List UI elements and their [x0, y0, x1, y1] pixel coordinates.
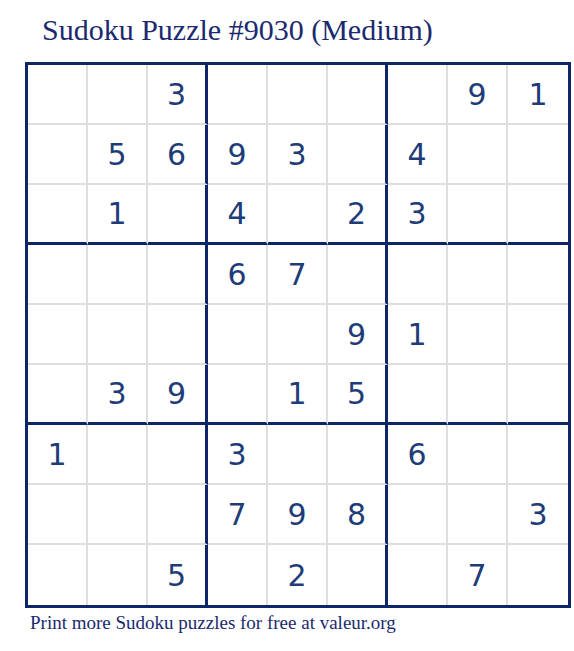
sudoku-cell-r1c8[interactable]: 9	[448, 65, 508, 125]
sudoku-cell-r2c3[interactable]: 6	[148, 125, 208, 185]
sudoku-cell-r4c3[interactable]	[148, 245, 208, 305]
sudoku-cell-r1c6[interactable]	[328, 65, 388, 125]
sudoku-cell-r3c8[interactable]	[448, 185, 508, 245]
sudoku-cell-r7c7[interactable]: 6	[388, 425, 448, 485]
sudoku-cell-r6c5[interactable]: 1	[268, 365, 328, 425]
sudoku-cell-r5c1[interactable]	[28, 305, 88, 365]
sudoku-cell-r8c2[interactable]	[88, 485, 148, 545]
sudoku-cell-r5c5[interactable]	[268, 305, 328, 365]
sudoku-cell-r8c4[interactable]: 7	[208, 485, 268, 545]
sudoku-cell-r7c9[interactable]	[508, 425, 568, 485]
sudoku-cell-r3c3[interactable]	[148, 185, 208, 245]
sudoku-cell-r7c6[interactable]	[328, 425, 388, 485]
sudoku-cell-r6c6[interactable]: 5	[328, 365, 388, 425]
sudoku-cell-r5c2[interactable]	[88, 305, 148, 365]
sudoku-cell-r3c2[interactable]: 1	[88, 185, 148, 245]
footer-text: Print more Sudoku puzzles for free at va…	[30, 612, 396, 634]
sudoku-cell-r3c6[interactable]: 2	[328, 185, 388, 245]
sudoku-cell-r4c8[interactable]	[448, 245, 508, 305]
sudoku-cell-r6c1[interactable]	[28, 365, 88, 425]
sudoku-cell-r6c7[interactable]	[388, 365, 448, 425]
sudoku-cell-r2c2[interactable]: 5	[88, 125, 148, 185]
sudoku-cell-r2c1[interactable]	[28, 125, 88, 185]
sudoku-cell-r8c9[interactable]: 3	[508, 485, 568, 545]
sudoku-cell-r9c8[interactable]: 7	[448, 545, 508, 605]
sudoku-cell-r4c2[interactable]	[88, 245, 148, 305]
sudoku-cell-r8c3[interactable]	[148, 485, 208, 545]
sudoku-cell-r3c1[interactable]	[28, 185, 88, 245]
sudoku-cell-r7c5[interactable]	[268, 425, 328, 485]
sudoku-cell-r1c1[interactable]	[28, 65, 88, 125]
sudoku-cell-r9c9[interactable]	[508, 545, 568, 605]
sudoku-cell-r6c8[interactable]	[448, 365, 508, 425]
sudoku-cell-r7c2[interactable]	[88, 425, 148, 485]
sudoku-cell-r5c8[interactable]	[448, 305, 508, 365]
sudoku-cell-r1c5[interactable]	[268, 65, 328, 125]
sudoku-cell-r8c1[interactable]	[28, 485, 88, 545]
sudoku-cell-r1c2[interactable]	[88, 65, 148, 125]
sudoku-cell-r2c9[interactable]	[508, 125, 568, 185]
sudoku-cell-r7c8[interactable]	[448, 425, 508, 485]
sudoku-cell-r8c8[interactable]	[448, 485, 508, 545]
sudoku-cell-r4c9[interactable]	[508, 245, 568, 305]
sudoku-cell-r7c1[interactable]: 1	[28, 425, 88, 485]
sudoku-cell-r2c7[interactable]: 4	[388, 125, 448, 185]
sudoku-cell-r4c7[interactable]	[388, 245, 448, 305]
sudoku-cell-r9c1[interactable]	[28, 545, 88, 605]
sudoku-cell-r3c4[interactable]: 4	[208, 185, 268, 245]
sudoku-cell-r7c3[interactable]	[148, 425, 208, 485]
sudoku-cell-r2c4[interactable]: 9	[208, 125, 268, 185]
sudoku-cell-r9c7[interactable]	[388, 545, 448, 605]
sudoku-cell-r9c4[interactable]	[208, 545, 268, 605]
sudoku-cell-r6c3[interactable]: 9	[148, 365, 208, 425]
sudoku-cell-r5c9[interactable]	[508, 305, 568, 365]
sudoku-cell-r4c4[interactable]: 6	[208, 245, 268, 305]
sudoku-cell-r7c4[interactable]: 3	[208, 425, 268, 485]
sudoku-cell-r3c5[interactable]	[268, 185, 328, 245]
sudoku-cell-r4c1[interactable]	[28, 245, 88, 305]
sudoku-page: Sudoku Puzzle #9030 (Medium) 39156934142…	[0, 0, 574, 651]
sudoku-cell-r5c3[interactable]	[148, 305, 208, 365]
sudoku-grid: 391569341423679139151367983527	[25, 62, 571, 608]
sudoku-cell-r9c2[interactable]	[88, 545, 148, 605]
sudoku-cell-r9c6[interactable]	[328, 545, 388, 605]
puzzle-title: Sudoku Puzzle #9030 (Medium)	[42, 12, 433, 48]
sudoku-cell-r4c6[interactable]	[328, 245, 388, 305]
sudoku-cell-r1c3[interactable]: 3	[148, 65, 208, 125]
sudoku-cell-r5c7[interactable]: 1	[388, 305, 448, 365]
sudoku-cell-r6c2[interactable]: 3	[88, 365, 148, 425]
sudoku-cell-r1c9[interactable]: 1	[508, 65, 568, 125]
sudoku-cell-r9c5[interactable]: 2	[268, 545, 328, 605]
sudoku-cell-r4c5[interactable]: 7	[268, 245, 328, 305]
sudoku-cell-r2c8[interactable]	[448, 125, 508, 185]
sudoku-cell-r8c5[interactable]: 9	[268, 485, 328, 545]
sudoku-cell-r5c4[interactable]	[208, 305, 268, 365]
sudoku-cell-r6c4[interactable]	[208, 365, 268, 425]
sudoku-cell-r9c3[interactable]: 5	[148, 545, 208, 605]
sudoku-cell-r2c6[interactable]	[328, 125, 388, 185]
sudoku-cell-r2c5[interactable]: 3	[268, 125, 328, 185]
sudoku-cell-r6c9[interactable]	[508, 365, 568, 425]
sudoku-cell-r5c6[interactable]: 9	[328, 305, 388, 365]
sudoku-cell-r8c7[interactable]	[388, 485, 448, 545]
sudoku-cell-r3c9[interactable]	[508, 185, 568, 245]
sudoku-cell-r3c7[interactable]: 3	[388, 185, 448, 245]
sudoku-cell-r8c6[interactable]: 8	[328, 485, 388, 545]
sudoku-cell-r1c7[interactable]	[388, 65, 448, 125]
sudoku-cell-r1c4[interactable]	[208, 65, 268, 125]
